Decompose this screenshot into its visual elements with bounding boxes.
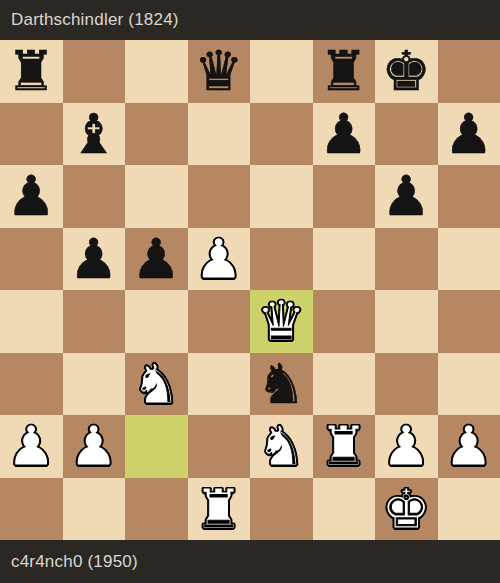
square-a2[interactable]: ♟ (0, 415, 63, 478)
square-h2[interactable]: ♟ (438, 415, 500, 478)
black-bishop[interactable]: ♝ (69, 103, 118, 166)
black-pawn[interactable]: ♟ (132, 228, 181, 291)
square-b8[interactable] (63, 40, 126, 103)
square-c8[interactable] (125, 40, 188, 103)
square-g3[interactable] (375, 353, 438, 416)
square-f7[interactable]: ♟ (313, 103, 376, 166)
square-g8[interactable]: ♚ (375, 40, 438, 103)
square-c7[interactable] (125, 103, 188, 166)
black-pawn[interactable]: ♟ (69, 228, 118, 291)
square-d3[interactable] (188, 353, 251, 416)
white-pawn[interactable]: ♟ (194, 228, 243, 291)
square-a7[interactable] (0, 103, 63, 166)
square-a6[interactable]: ♟ (0, 165, 63, 228)
square-b5[interactable]: ♟ (63, 228, 126, 291)
square-e6[interactable] (250, 165, 313, 228)
square-d5[interactable]: ♟ (188, 228, 251, 291)
square-f6[interactable] (313, 165, 376, 228)
square-c5[interactable]: ♟ (125, 228, 188, 291)
square-a3[interactable] (0, 353, 63, 416)
white-rook[interactable]: ♜ (319, 415, 368, 478)
square-f2[interactable]: ♜ (313, 415, 376, 478)
game-window: Darthschindler (1824) ♜♛♜♚♝♟♟♟♟♟♟♟♛♞♞♟♟♞… (0, 0, 500, 583)
white-knight[interactable]: ♞ (257, 415, 306, 478)
square-h1[interactable] (438, 478, 500, 541)
square-h7[interactable]: ♟ (438, 103, 500, 166)
square-a4[interactable] (0, 290, 63, 353)
square-b6[interactable] (63, 165, 126, 228)
black-queen[interactable]: ♛ (194, 40, 243, 103)
white-queen[interactable]: ♛ (257, 290, 306, 353)
square-c3[interactable]: ♞ (125, 353, 188, 416)
white-knight[interactable]: ♞ (132, 353, 181, 416)
white-pawn[interactable]: ♟ (444, 415, 493, 478)
square-e3[interactable]: ♞ (250, 353, 313, 416)
chess-board: ♜♛♜♚♝♟♟♟♟♟♟♟♛♞♞♟♟♞♜♟♟♜♚ (0, 40, 500, 540)
white-pawn[interactable]: ♟ (382, 415, 431, 478)
square-e1[interactable] (250, 478, 313, 541)
black-pawn[interactable]: ♟ (7, 165, 56, 228)
square-g1[interactable]: ♚ (375, 478, 438, 541)
square-b1[interactable] (63, 478, 126, 541)
square-b7[interactable]: ♝ (63, 103, 126, 166)
square-d1[interactable]: ♜ (188, 478, 251, 541)
square-d2[interactable] (188, 415, 251, 478)
square-h5[interactable] (438, 228, 500, 291)
player-bar-bottom: c4r4nch0 (1950) (0, 540, 500, 583)
square-e7[interactable] (250, 103, 313, 166)
square-g2[interactable]: ♟ (375, 415, 438, 478)
square-c2[interactable] (125, 415, 188, 478)
square-g5[interactable] (375, 228, 438, 291)
square-c1[interactable] (125, 478, 188, 541)
black-rook[interactable]: ♜ (319, 40, 368, 103)
square-d8[interactable]: ♛ (188, 40, 251, 103)
black-king[interactable]: ♚ (382, 40, 431, 103)
square-e8[interactable] (250, 40, 313, 103)
square-h4[interactable] (438, 290, 500, 353)
white-pawn[interactable]: ♟ (7, 415, 56, 478)
square-g4[interactable] (375, 290, 438, 353)
player-bar-top: Darthschindler (1824) (0, 0, 500, 40)
square-c6[interactable] (125, 165, 188, 228)
black-knight[interactable]: ♞ (257, 353, 306, 416)
square-a8[interactable]: ♜ (0, 40, 63, 103)
square-c4[interactable] (125, 290, 188, 353)
square-a5[interactable] (0, 228, 63, 291)
square-d7[interactable] (188, 103, 251, 166)
square-a1[interactable] (0, 478, 63, 541)
square-f8[interactable]: ♜ (313, 40, 376, 103)
square-e4[interactable]: ♛ (250, 290, 313, 353)
square-h6[interactable] (438, 165, 500, 228)
black-pawn[interactable]: ♟ (319, 103, 368, 166)
black-pawn[interactable]: ♟ (382, 165, 431, 228)
square-d4[interactable] (188, 290, 251, 353)
player-name-top: Darthschindler (1824) (11, 10, 179, 30)
square-b3[interactable] (63, 353, 126, 416)
square-f1[interactable] (313, 478, 376, 541)
square-g7[interactable] (375, 103, 438, 166)
square-b2[interactable]: ♟ (63, 415, 126, 478)
square-h3[interactable] (438, 353, 500, 416)
square-g6[interactable]: ♟ (375, 165, 438, 228)
square-f5[interactable] (313, 228, 376, 291)
white-king[interactable]: ♚ (382, 478, 431, 541)
square-b4[interactable] (63, 290, 126, 353)
square-f3[interactable] (313, 353, 376, 416)
square-e5[interactable] (250, 228, 313, 291)
square-d6[interactable] (188, 165, 251, 228)
square-h8[interactable] (438, 40, 500, 103)
white-pawn[interactable]: ♟ (69, 415, 118, 478)
player-name-bottom: c4r4nch0 (1950) (11, 552, 138, 572)
square-f4[interactable] (313, 290, 376, 353)
black-pawn[interactable]: ♟ (444, 103, 493, 166)
square-e2[interactable]: ♞ (250, 415, 313, 478)
white-rook[interactable]: ♜ (194, 478, 243, 541)
black-rook[interactable]: ♜ (7, 40, 56, 103)
